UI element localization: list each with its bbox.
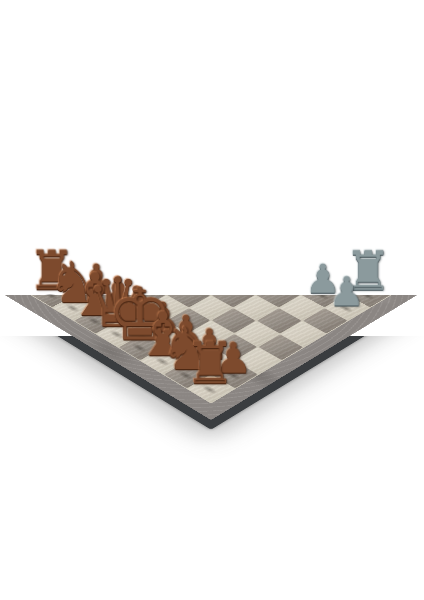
square-a5[interactable] [124,235,166,258]
board-squares: ♜♞♝♛♚♝♞♜♟♟♟♟♟♟♟♟♟♟♟♟♟♟♟♟♜♞♝♛♚♝♞♜ [30,200,392,403]
square-c5[interactable] [167,259,210,283]
square-h1[interactable]: ♜ [188,375,234,403]
square-c6[interactable] [190,247,233,270]
piece-shadow [263,240,287,253]
square-d6[interactable] [212,259,255,283]
silver-pawn-b7[interactable]: ♟ [193,200,227,238]
square-c7[interactable]: ♟ [212,235,254,258]
square-h6[interactable] [303,308,347,333]
square-b5[interactable] [146,247,189,270]
piece-shadow [197,229,221,242]
square-h4[interactable] [258,334,303,360]
silver-pawn-c7[interactable]: ♟ [214,211,249,250]
chess-set-photo: ♜♞♝♛♚♝♞♜♟♟♟♟♟♟♟♟♟♟♟♟♟♟♟♟♜♞♝♛♚♝♞♜ [0,0,424,600]
silver-bishop-c8[interactable]: ♝ [228,182,278,238]
piece-shadow [241,252,265,265]
silver-pawn-d7[interactable]: ♟ [236,223,271,262]
silver-pawn-a7[interactable]: ♟ [171,188,205,226]
silver-king-e8[interactable]: ♚ [267,193,328,261]
silver-pawn-e7[interactable]: ♟ [259,235,294,274]
board-marble-frame: ♜♞♝♛♚♝♞♜♟♟♟♟♟♟♟♟♟♟♟♟♟♟♟♟♜♞♝♛♚♝♞♜ [5,188,418,420]
square-d7[interactable]: ♟ [234,247,277,270]
square-e7[interactable]: ♟ [256,259,299,283]
silver-queen-d8[interactable]: ♛ [247,186,304,250]
silver-rook-a8[interactable]: ♜ [187,164,233,215]
square-c8[interactable]: ♝ [233,223,275,245]
piece-shadow [219,217,243,230]
square-e6[interactable] [234,271,277,295]
piece-shadow [241,229,265,242]
piece-shadow [264,264,289,277]
silver-pawn-h7[interactable]: ♟ [328,271,364,311]
square-a7[interactable]: ♟ [169,212,211,234]
piece-shadow [219,240,243,253]
piece-shadow [176,217,199,230]
chessboard: ♜♞♝♛♚♝♞♜♟♟♟♟♟♟♟♟♟♟♟♟♟♟♟♟♜♞♝♛♚♝♞♜ [5,188,418,420]
copper-rook-h1[interactable]: ♜ [184,335,236,392]
square-b8[interactable]: ♞ [212,212,254,234]
silver-knight-b8[interactable]: ♞ [207,173,255,226]
square-a8[interactable]: ♜ [190,201,231,223]
square-b7[interactable]: ♟ [190,223,232,245]
square-a6[interactable] [147,223,189,245]
square-d8[interactable]: ♛ [255,235,297,258]
square-b6[interactable] [168,235,210,258]
piece-shadow [198,206,221,218]
square-d5[interactable] [189,271,232,295]
